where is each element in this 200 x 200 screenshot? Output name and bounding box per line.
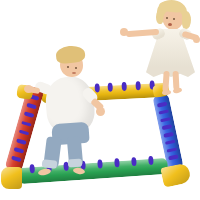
- girl-hair-lock-right: [182, 11, 191, 29]
- beam-blue-studs: [154, 101, 182, 161]
- beam-stud: [114, 158, 120, 167]
- beam-stud: [97, 159, 103, 168]
- beam-stud: [21, 121, 32, 127]
- girl-eye-right: [173, 18, 175, 20]
- boy-right-cuff: [68, 158, 83, 167]
- beam-stud: [108, 83, 113, 92]
- girl-right-hand: [193, 36, 200, 43]
- girl-left-foot: [162, 90, 171, 96]
- corner-block-bottom-right: [160, 162, 192, 187]
- beam-stud: [135, 81, 140, 90]
- balance-beam-product-photo: [0, 0, 200, 200]
- girl-hair-lock-left: [156, 10, 163, 24]
- boy-eye-left: [67, 66, 69, 68]
- girl-left-fist: [120, 28, 128, 36]
- girl-mouth: [168, 23, 172, 26]
- beam-stud: [148, 156, 154, 165]
- beam-stud: [122, 82, 127, 91]
- boy-left-fist: [24, 85, 33, 93]
- beam-red-studs: [7, 93, 42, 163]
- girl-right-foot: [173, 87, 183, 94]
- beam-stud: [160, 117, 171, 123]
- beam-stud: [29, 164, 35, 173]
- beam-stud: [131, 157, 137, 166]
- beam-stud: [13, 147, 24, 153]
- beam-stud: [23, 112, 34, 118]
- beam-stud: [165, 140, 176, 146]
- beam-stud: [157, 102, 168, 108]
- beam-stud: [26, 103, 37, 109]
- beam-stud: [16, 138, 27, 144]
- beam-stud: [167, 147, 178, 153]
- boy-mouth: [72, 72, 76, 74]
- beam-stud: [94, 83, 99, 92]
- beam-stud: [158, 109, 169, 115]
- boy-eye-right: [75, 67, 77, 69]
- beam-stud: [162, 124, 173, 130]
- girl-eye-left: [166, 17, 168, 19]
- boy-left-cuff: [42, 159, 58, 169]
- beam-stud: [168, 155, 179, 161]
- boy-right-fist: [96, 107, 105, 116]
- corner-block-bottom-left: [1, 167, 22, 189]
- beam-stud: [163, 132, 174, 138]
- beam-stud: [18, 129, 29, 135]
- beam-stud: [11, 156, 22, 162]
